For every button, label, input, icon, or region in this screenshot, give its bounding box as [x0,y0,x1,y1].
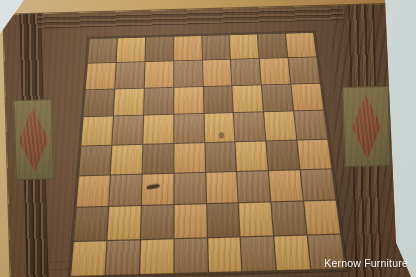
board-square [291,83,323,110]
board-square [234,112,265,140]
board-square [74,207,108,240]
board-square [174,238,207,273]
board-square [233,85,264,112]
board-square [258,34,288,59]
board-square [174,36,202,61]
board-square [241,236,276,271]
board-square [86,63,116,89]
board-square [298,139,332,169]
board-square [112,116,143,145]
board-square [260,58,290,84]
diamond-inlay-right [342,86,390,167]
board-square [237,171,270,202]
board-square [79,145,111,175]
board-square [202,35,230,60]
board-square [144,88,173,115]
board-square [304,201,340,234]
photo-background: Kernow Furniture [0,0,416,277]
diamond-icon [351,94,383,159]
board-square [208,237,242,272]
board-square [142,174,173,206]
board-square [174,61,202,87]
board-square [207,204,240,237]
table-top [0,0,416,277]
board-square [174,143,205,173]
board-square [174,204,206,237]
watermark: Kernow Furniture [324,257,408,269]
board-square [203,86,233,113]
board-square [267,140,300,170]
board-square [140,239,173,274]
wood-blemish [219,132,224,139]
board-square [145,62,173,88]
board-square [145,37,173,62]
board-square [262,84,293,111]
board-square [109,175,141,207]
board-square [239,203,273,236]
board-square [289,58,320,84]
diamond-inlay-left [14,99,54,180]
board-square [81,117,112,146]
board-square [264,111,296,139]
board-square [143,115,173,144]
board-square [107,206,140,239]
board-square [301,169,336,200]
board-square [106,240,140,275]
board-square [294,111,327,139]
board-square [142,144,173,174]
diamond-icon [18,107,50,172]
board-square [274,235,310,270]
board-square [71,241,106,276]
board-square [141,205,173,238]
board-square [286,33,316,58]
board-square [88,38,117,63]
board-square [206,172,238,204]
board-square [203,60,232,86]
board-square [174,173,205,205]
board-square [174,114,204,142]
board-square [272,202,307,235]
board-square [230,34,259,59]
board-square [231,59,261,85]
inlay-stripe-band-top [37,7,343,29]
board-square [84,89,114,116]
board-square [174,87,203,114]
board-square [269,170,303,201]
board-square [111,144,142,174]
chess-board [69,31,348,277]
board-square [236,141,268,171]
board-frame [3,3,411,277]
board-square [77,175,110,207]
board-square [114,88,144,115]
board-square [115,62,144,88]
board-square [205,142,236,172]
board-square [117,38,145,63]
